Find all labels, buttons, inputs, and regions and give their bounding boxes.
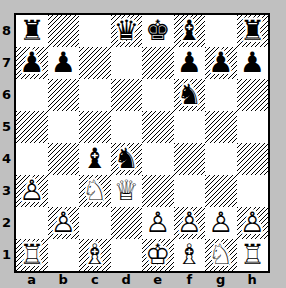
file-label-g: g	[205, 272, 237, 288]
rank-label-5: 5	[0, 111, 13, 143]
piece-white-pawn[interactable]: ♟♙	[48, 207, 80, 239]
black-king-icon: ♚	[142, 15, 174, 47]
square-b3[interactable]	[48, 175, 80, 207]
piece-white-pawn[interactable]: ♟♙	[174, 207, 206, 239]
square-h1[interactable]: ♜♖	[237, 239, 269, 271]
square-c8[interactable]	[79, 15, 111, 47]
chess-board: ♜♜♛♛♚♚♝♝♜♜♟♟♟♟♟♟♟♟♟♟♞♞♝♝♞♞♟♙♞♘♛♕♟♙♟♙♟♙♟♙…	[14, 13, 270, 273]
black-pawn-icon: ♟	[205, 47, 237, 79]
square-d2[interactable]	[111, 207, 143, 239]
rank-label-3: 3	[0, 175, 13, 207]
black-bishop-icon: ♝	[79, 143, 111, 175]
square-g7[interactable]: ♟♟	[205, 47, 237, 79]
piece-white-knight[interactable]: ♞♘	[79, 175, 111, 207]
square-d1[interactable]	[111, 239, 143, 271]
white-knight-icon: ♘	[205, 239, 237, 271]
file-label-h: h	[237, 272, 269, 288]
black-pawn-icon: ♟	[16, 47, 48, 79]
piece-black-pawn[interactable]: ♟♟	[48, 47, 80, 79]
square-g2[interactable]: ♟♙	[205, 207, 237, 239]
square-b6[interactable]	[48, 79, 80, 111]
piece-white-pawn[interactable]: ♟♙	[16, 175, 48, 207]
square-f2[interactable]: ♟♙	[174, 207, 206, 239]
square-h8[interactable]: ♜♜	[237, 15, 269, 47]
square-e7[interactable]	[142, 47, 174, 79]
file-label-c: c	[79, 272, 111, 288]
square-c4[interactable]: ♝♝	[79, 143, 111, 175]
square-e8[interactable]: ♚♚	[142, 15, 174, 47]
square-b4[interactable]	[48, 143, 80, 175]
square-g5[interactable]	[205, 111, 237, 143]
file-label-f: f	[174, 272, 206, 288]
piece-black-pawn[interactable]: ♟♟	[174, 47, 206, 79]
black-pawn-icon: ♟	[237, 47, 269, 79]
square-g4[interactable]	[205, 143, 237, 175]
square-c6[interactable]	[79, 79, 111, 111]
black-bishop-icon: ♝	[174, 15, 206, 47]
square-e2[interactable]: ♟♙	[142, 207, 174, 239]
square-d7[interactable]	[111, 47, 143, 79]
white-bishop-icon: ♗	[174, 239, 206, 271]
square-c2[interactable]	[79, 207, 111, 239]
black-rook-icon: ♜	[16, 15, 48, 47]
square-a8[interactable]: ♜♜	[16, 15, 48, 47]
piece-white-bishop[interactable]: ♝♗	[174, 239, 206, 271]
black-rook-icon: ♜	[237, 15, 269, 47]
square-e5[interactable]	[142, 111, 174, 143]
square-d8[interactable]: ♛♛	[111, 15, 143, 47]
square-d5[interactable]	[111, 111, 143, 143]
square-f1[interactable]: ♝♗	[174, 239, 206, 271]
square-b2[interactable]: ♟♙	[48, 207, 80, 239]
rank-label-7: 7	[0, 47, 13, 79]
square-f6[interactable]: ♞♞	[174, 79, 206, 111]
square-f7[interactable]: ♟♟	[174, 47, 206, 79]
square-d6[interactable]	[111, 79, 143, 111]
square-h4[interactable]	[237, 143, 269, 175]
square-b5[interactable]	[48, 111, 80, 143]
square-f8[interactable]: ♝♝	[174, 15, 206, 47]
black-pawn-icon: ♟	[48, 47, 80, 79]
file-label-d: d	[111, 272, 143, 288]
piece-white-rook[interactable]: ♜♖	[16, 239, 48, 271]
black-pawn-icon: ♟	[174, 47, 206, 79]
square-d3[interactable]: ♛♕	[111, 175, 143, 207]
white-pawn-icon: ♙	[174, 207, 206, 239]
square-b1[interactable]	[48, 239, 80, 271]
square-e1[interactable]: ♚♔	[142, 239, 174, 271]
square-h5[interactable]	[237, 111, 269, 143]
piece-white-pawn[interactable]: ♟♙	[205, 207, 237, 239]
rank-label-2: 2	[0, 207, 13, 239]
piece-white-rook[interactable]: ♜♖	[237, 239, 269, 271]
piece-black-bishop[interactable]: ♝♝	[79, 143, 111, 175]
white-queen-icon: ♕	[111, 175, 143, 207]
square-g1[interactable]: ♞♘	[205, 239, 237, 271]
square-h6[interactable]	[237, 79, 269, 111]
piece-white-knight[interactable]: ♞♘	[205, 239, 237, 271]
piece-white-bishop[interactable]: ♝♗	[79, 239, 111, 271]
white-pawn-icon: ♙	[237, 207, 269, 239]
square-g6[interactable]	[205, 79, 237, 111]
rank-label-8: 8	[0, 15, 13, 47]
white-knight-icon: ♘	[79, 175, 111, 207]
square-f4[interactable]	[174, 143, 206, 175]
white-pawn-icon: ♙	[16, 175, 48, 207]
white-king-icon: ♔	[142, 239, 174, 271]
chess-diagram: ♜♜♛♛♚♚♝♝♜♜♟♟♟♟♟♟♟♟♟♟♞♞♝♝♞♞♟♙♞♘♛♕♟♙♟♙♟♙♟♙…	[0, 0, 286, 288]
square-c7[interactable]	[79, 47, 111, 79]
square-h7[interactable]: ♟♟	[237, 47, 269, 79]
piece-black-rook[interactable]: ♜♜	[237, 15, 269, 47]
square-a2[interactable]	[16, 207, 48, 239]
square-b8[interactable]	[48, 15, 80, 47]
square-c1[interactable]: ♝♗	[79, 239, 111, 271]
square-a6[interactable]	[16, 79, 48, 111]
white-pawn-icon: ♙	[142, 207, 174, 239]
square-f5[interactable]	[174, 111, 206, 143]
file-label-a: a	[16, 272, 48, 288]
square-a1[interactable]: ♜♖	[16, 239, 48, 271]
square-c5[interactable]	[79, 111, 111, 143]
piece-white-pawn[interactable]: ♟♙	[237, 207, 269, 239]
rank-label-4: 4	[0, 143, 13, 175]
square-d4[interactable]: ♞♞	[111, 143, 143, 175]
piece-black-pawn[interactable]: ♟♟	[237, 47, 269, 79]
white-rook-icon: ♖	[16, 239, 48, 271]
square-a3[interactable]: ♟♙	[16, 175, 48, 207]
white-pawn-icon: ♙	[205, 207, 237, 239]
white-pawn-icon: ♙	[48, 207, 80, 239]
piece-white-queen[interactable]: ♛♕	[111, 175, 143, 207]
piece-white-king[interactable]: ♚♔	[142, 239, 174, 271]
file-label-b: b	[48, 272, 80, 288]
piece-black-king[interactable]: ♚♚	[142, 15, 174, 47]
piece-black-pawn[interactable]: ♟♟	[16, 47, 48, 79]
black-knight-icon: ♞	[174, 79, 206, 111]
square-a4[interactable]	[16, 143, 48, 175]
square-g8[interactable]	[205, 15, 237, 47]
square-h3[interactable]	[237, 175, 269, 207]
rank-label-1: 1	[0, 239, 13, 271]
square-h2[interactable]: ♟♙	[237, 207, 269, 239]
rank-label-6: 6	[0, 79, 13, 111]
file-label-e: e	[142, 272, 174, 288]
square-e3[interactable]	[142, 175, 174, 207]
piece-black-queen[interactable]: ♛♛	[111, 15, 143, 47]
square-e4[interactable]	[142, 143, 174, 175]
piece-black-knight[interactable]: ♞♞	[174, 79, 206, 111]
square-g3[interactable]	[205, 175, 237, 207]
piece-black-bishop[interactable]: ♝♝	[174, 15, 206, 47]
square-a7[interactable]: ♟♟	[16, 47, 48, 79]
square-a5[interactable]	[16, 111, 48, 143]
square-b7[interactable]: ♟♟	[48, 47, 80, 79]
square-e6[interactable]	[142, 79, 174, 111]
black-knight-icon: ♞	[111, 143, 143, 175]
square-f3[interactable]	[174, 175, 206, 207]
piece-black-rook[interactable]: ♜♜	[16, 15, 48, 47]
piece-black-pawn[interactable]: ♟♟	[205, 47, 237, 79]
black-queen-icon: ♛	[111, 15, 143, 47]
piece-white-pawn[interactable]: ♟♙	[142, 207, 174, 239]
square-c3[interactable]: ♞♘	[79, 175, 111, 207]
white-rook-icon: ♖	[237, 239, 269, 271]
white-bishop-icon: ♗	[79, 239, 111, 271]
piece-black-knight[interactable]: ♞♞	[111, 143, 143, 175]
